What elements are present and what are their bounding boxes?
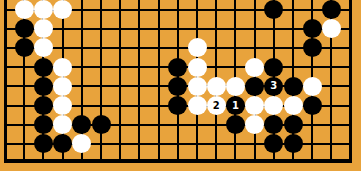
black-stone[interactable] xyxy=(284,134,303,153)
black-stone[interactable] xyxy=(245,77,264,96)
white-stone[interactable] xyxy=(53,115,72,134)
white-stone[interactable] xyxy=(284,96,303,115)
white-stone[interactable] xyxy=(188,58,207,77)
black-stone[interactable] xyxy=(226,115,245,134)
black-stone[interactable] xyxy=(34,115,53,134)
white-stone[interactable]: 2 xyxy=(207,96,226,115)
board-bottom-edge xyxy=(4,159,353,163)
white-stone[interactable] xyxy=(188,96,207,115)
white-stone[interactable] xyxy=(72,134,91,153)
white-stone[interactable] xyxy=(53,0,72,19)
white-stone[interactable] xyxy=(303,77,322,96)
move-label-1: 1 xyxy=(232,101,239,111)
black-stone[interactable] xyxy=(72,115,91,134)
black-stone[interactable] xyxy=(284,115,303,134)
white-stone[interactable] xyxy=(264,96,283,115)
black-stone[interactable] xyxy=(264,58,283,77)
black-stone[interactable] xyxy=(264,115,283,134)
white-stone[interactable] xyxy=(245,115,264,134)
grid-hline xyxy=(4,28,353,30)
black-stone[interactable] xyxy=(284,77,303,96)
white-stone[interactable] xyxy=(15,0,34,19)
go-diagram: 321 xyxy=(0,0,361,171)
black-stone[interactable] xyxy=(303,38,322,57)
move-label-2: 2 xyxy=(213,101,220,111)
black-stone[interactable] xyxy=(168,96,187,115)
black-stone[interactable] xyxy=(34,77,53,96)
white-stone[interactable] xyxy=(34,38,53,57)
white-stone[interactable] xyxy=(226,77,245,96)
black-stone[interactable] xyxy=(264,0,283,19)
white-stone[interactable] xyxy=(34,19,53,38)
white-stone[interactable] xyxy=(188,77,207,96)
black-stone[interactable] xyxy=(34,96,53,115)
go-board[interactable]: 321 xyxy=(0,0,361,171)
black-stone[interactable] xyxy=(34,134,53,153)
black-stone[interactable] xyxy=(53,134,72,153)
black-stone[interactable] xyxy=(34,58,53,77)
white-stone[interactable] xyxy=(322,19,341,38)
black-stone[interactable]: 1 xyxy=(226,96,245,115)
grid-vline xyxy=(100,0,102,163)
white-stone[interactable] xyxy=(53,58,72,77)
black-stone[interactable] xyxy=(15,38,34,57)
white-stone[interactable] xyxy=(245,58,264,77)
black-stone[interactable] xyxy=(264,134,283,153)
grid-vline xyxy=(158,0,160,163)
grid-vline xyxy=(138,0,140,163)
board-right-edge xyxy=(349,0,352,163)
white-stone[interactable] xyxy=(53,77,72,96)
black-stone[interactable] xyxy=(303,19,322,38)
white-stone[interactable] xyxy=(53,96,72,115)
grid-vline xyxy=(119,0,121,163)
move-label-3: 3 xyxy=(270,81,277,91)
black-stone[interactable] xyxy=(168,58,187,77)
black-stone[interactable] xyxy=(322,0,341,19)
grid-hline xyxy=(4,47,353,49)
black-stone[interactable]: 3 xyxy=(264,77,283,96)
white-stone[interactable] xyxy=(188,38,207,57)
white-stone[interactable] xyxy=(34,0,53,19)
board-left-edge xyxy=(4,0,7,163)
black-stone[interactable] xyxy=(303,96,322,115)
black-stone[interactable] xyxy=(15,19,34,38)
black-stone[interactable] xyxy=(168,77,187,96)
white-stone[interactable] xyxy=(245,96,264,115)
white-stone[interactable] xyxy=(207,77,226,96)
black-stone[interactable] xyxy=(92,115,111,134)
